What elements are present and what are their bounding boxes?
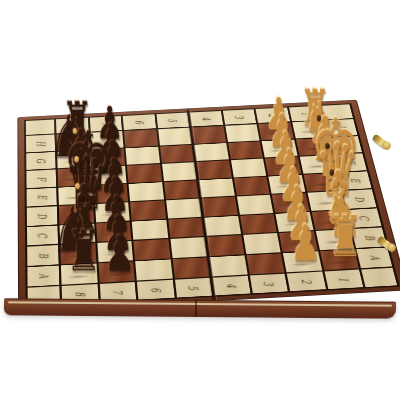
rank-label-top-3-text: 3 xyxy=(232,115,246,119)
rank-label-bottom-7-text: 7 xyxy=(110,289,125,294)
board-rim: 87654321H♜♟♟♜HG♞♟♟♞GF♝♟♟♝FE♚♟♟♚ED♛♟♟♛DC♝… xyxy=(17,100,400,312)
square-g3[interactable] xyxy=(228,141,263,159)
square-a3[interactable] xyxy=(246,253,284,274)
file-label-left-F-text: F xyxy=(34,176,48,181)
rank-label-bottom-8-text: 8 xyxy=(72,291,87,296)
square-h6[interactable] xyxy=(124,129,158,147)
rank-label-top-7-text: 7 xyxy=(99,122,112,126)
square-f3[interactable] xyxy=(231,159,267,178)
square-c6[interactable] xyxy=(132,219,168,239)
rank-label-top-2-text: 2 xyxy=(266,113,280,117)
square-c5[interactable] xyxy=(168,218,204,238)
black-pawn-a7[interactable]: ♟ xyxy=(104,230,130,277)
square-e4[interactable] xyxy=(199,178,235,197)
rank-label-bottom-6: 6 xyxy=(137,280,174,300)
file-label-right-B-text: B xyxy=(361,235,377,241)
square-g6[interactable] xyxy=(125,146,159,164)
square-e6[interactable] xyxy=(129,182,164,201)
rank-label-bottom-6-text: 6 xyxy=(148,287,163,292)
file-label-left-C-text: C xyxy=(35,232,49,238)
square-b3[interactable] xyxy=(243,233,281,254)
rank-label-top-5: 5 xyxy=(156,113,189,129)
square-d3[interactable] xyxy=(236,195,273,215)
rank-label-bottom-1-text: 1 xyxy=(336,277,352,282)
square-d4[interactable] xyxy=(201,197,237,217)
rank-label-bottom-3: 3 xyxy=(249,274,288,294)
rank-label-top-1-text: 1 xyxy=(299,111,313,115)
square-c4[interactable] xyxy=(204,216,241,236)
rank-label-bottom-2: 2 xyxy=(287,272,326,292)
square-f5[interactable] xyxy=(162,162,197,181)
white-pawn-a2[interactable]: ♟ xyxy=(290,220,316,267)
square-g4[interactable] xyxy=(194,143,229,161)
square-d5[interactable] xyxy=(166,199,202,219)
border-corner-near-right xyxy=(361,268,397,287)
square-e3[interactable] xyxy=(233,176,269,195)
file-label-left-E-text: E xyxy=(35,194,49,199)
rank-label-top-4-text: 4 xyxy=(199,117,213,121)
square-a6[interactable] xyxy=(135,259,172,280)
square-h4[interactable] xyxy=(191,126,225,144)
file-label-left-F: F xyxy=(26,169,56,188)
file-label-left-G-text: G xyxy=(34,158,48,163)
square-g5[interactable] xyxy=(160,145,194,163)
rank-label-bottom-4-text: 4 xyxy=(223,283,239,288)
square-f4[interactable] xyxy=(196,160,231,179)
square-a5[interactable] xyxy=(172,257,210,278)
rank-label-bottom-5-text: 5 xyxy=(186,285,201,290)
square-f6[interactable] xyxy=(127,164,161,183)
rank-label-bottom-4: 4 xyxy=(212,276,250,296)
square-h5[interactable] xyxy=(158,128,192,146)
rank-label-top-8-text: 8 xyxy=(65,123,78,127)
chess-board: 87654321H♜♟♟♜HG♞♟♟♞GF♝♟♟♝FE♚♟♟♚ED♛♟♟♛DC♝… xyxy=(17,100,400,312)
box-side-inlay-stripe xyxy=(8,301,392,306)
file-label-left-H-text: H xyxy=(34,140,48,146)
rank-label-top-6: 6 xyxy=(123,114,156,130)
rank-label-top-3: 3 xyxy=(222,109,256,125)
square-d6[interactable] xyxy=(130,200,165,220)
file-label-left-D-text: D xyxy=(35,213,49,219)
brass-clasp-upper xyxy=(372,134,390,150)
square-h3[interactable] xyxy=(225,124,260,142)
square-b4[interactable] xyxy=(206,235,243,256)
square-e5[interactable] xyxy=(164,180,199,199)
square-a1[interactable]: ♜ xyxy=(320,249,359,270)
file-label-left-B-text: B xyxy=(36,252,51,258)
square-a8[interactable]: ♜ xyxy=(61,263,97,285)
rank-label-bottom-3-text: 3 xyxy=(261,281,277,286)
rank-label-top-5-text: 5 xyxy=(166,118,180,122)
square-a2[interactable]: ♟ xyxy=(283,251,322,272)
rank-label-bottom-1: 1 xyxy=(324,270,363,290)
box-side-fold-gap xyxy=(194,300,196,317)
square-c3[interactable] xyxy=(240,214,277,234)
rank-label-top-4: 4 xyxy=(189,111,223,127)
file-label-right-A-text: A xyxy=(366,255,382,261)
rank-label-bottom-2-text: 2 xyxy=(298,279,314,284)
square-b5[interactable] xyxy=(170,237,207,258)
chess-set-photo: 87654321H♜♟♟♜HG♞♟♟♞GF♝♟♟♝FE♚♟♟♚ED♛♟♟♛DC♝… xyxy=(0,0,400,400)
rank-label-top-6-text: 6 xyxy=(132,120,146,124)
white-rook-a1[interactable]: ♜ xyxy=(327,212,353,265)
box-side-edge xyxy=(4,298,396,318)
square-a7[interactable]: ♟ xyxy=(98,261,135,283)
file-label-left-A-text: A xyxy=(36,273,51,279)
file-label-left-A: A xyxy=(27,265,59,286)
rank-label-bottom-5: 5 xyxy=(174,278,212,298)
black-rook-a8[interactable]: ♜ xyxy=(66,226,92,279)
square-a4[interactable] xyxy=(209,255,247,276)
square-b6[interactable] xyxy=(133,239,170,260)
